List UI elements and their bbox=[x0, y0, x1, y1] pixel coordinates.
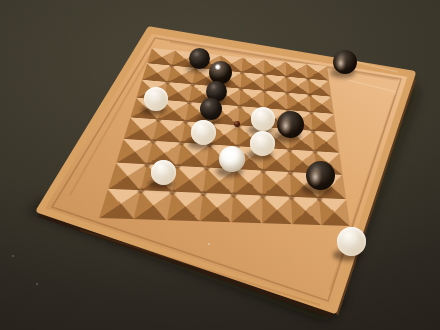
frosted-marble bbox=[250, 131, 275, 156]
hollow-3-0[interactable] bbox=[154, 117, 162, 123]
dark-red-marble bbox=[234, 121, 240, 127]
frosted-marble bbox=[191, 120, 216, 145]
piece-frosted-6[interactable]: ○ bbox=[337, 227, 366, 256]
hollow-1-3[interactable] bbox=[237, 86, 243, 91]
hollow-0-4[interactable] bbox=[261, 72, 267, 76]
lint-speck bbox=[36, 283, 38, 285]
hollow-2-3[interactable] bbox=[236, 104, 242, 109]
piece-frosted-5[interactable]: ○ bbox=[151, 160, 176, 185]
black-marble bbox=[306, 161, 335, 190]
hollow-6-2[interactable] bbox=[199, 189, 207, 196]
pyramid bbox=[239, 89, 264, 109]
hollow-4-6[interactable] bbox=[311, 148, 318, 154]
hollow-0-5[interactable] bbox=[283, 74, 289, 78]
black-marble bbox=[200, 98, 222, 120]
pyramid bbox=[262, 171, 291, 197]
hollow-6-3[interactable] bbox=[229, 191, 237, 198]
pyramid bbox=[231, 194, 262, 223]
hollow-1-4[interactable] bbox=[261, 88, 267, 93]
hollow-6-0[interactable] bbox=[136, 187, 146, 194]
hollow-4-0[interactable] bbox=[149, 138, 158, 144]
hollow-1-6[interactable] bbox=[306, 92, 312, 97]
hollow-0-0[interactable] bbox=[168, 63, 175, 68]
hollow-1-5[interactable] bbox=[284, 90, 290, 95]
pyramid bbox=[199, 193, 233, 222]
hollow-2-6[interactable] bbox=[308, 110, 314, 115]
pyramid bbox=[133, 190, 172, 220]
hollow-4-5[interactable] bbox=[286, 147, 293, 153]
frosted-marble bbox=[144, 87, 168, 111]
hollow-3-6[interactable] bbox=[309, 128, 315, 133]
hollow-4-1[interactable] bbox=[177, 140, 185, 146]
piece-black-5[interactable]: ● bbox=[277, 111, 304, 138]
hollow-6-6[interactable] bbox=[315, 195, 322, 202]
frosted-marble bbox=[251, 107, 275, 131]
pyramid bbox=[319, 198, 350, 226]
hollow-6-1[interactable] bbox=[168, 188, 177, 195]
piece-black-4[interactable]: ● bbox=[200, 98, 222, 120]
piece-frosted-3[interactable]: ○ bbox=[251, 107, 275, 131]
white-marble bbox=[219, 146, 245, 172]
frosted-marble bbox=[337, 227, 366, 256]
black-marble bbox=[333, 50, 357, 74]
hollow-2-1[interactable] bbox=[185, 99, 192, 104]
pyramid bbox=[167, 192, 203, 222]
pyramid bbox=[153, 119, 186, 142]
black-marble bbox=[189, 48, 210, 69]
hollow-5-2[interactable] bbox=[202, 164, 210, 170]
piece-center-bead[interactable]: • bbox=[234, 121, 240, 127]
frosted-marble bbox=[151, 160, 176, 185]
hollow-0-3[interactable] bbox=[239, 70, 245, 74]
photo-scene: ●●●●●●●○○○○○○○• bbox=[0, 0, 440, 330]
hollow-5-4[interactable] bbox=[259, 167, 266, 173]
black-marble bbox=[277, 111, 304, 138]
hollow-5-5[interactable] bbox=[287, 169, 294, 175]
hollow-1-0[interactable] bbox=[164, 80, 171, 85]
piece-black-7[interactable]: ● bbox=[333, 50, 357, 74]
pyramid bbox=[262, 196, 292, 225]
hollow-3-1[interactable] bbox=[182, 119, 190, 125]
pyramid bbox=[172, 166, 206, 193]
hollow-0-6[interactable] bbox=[305, 77, 311, 81]
piece-frosted-4[interactable]: ○ bbox=[250, 131, 275, 156]
piece-black-6[interactable]: ● bbox=[306, 161, 335, 190]
hollow-1-1[interactable] bbox=[189, 82, 196, 87]
lint-speck bbox=[12, 255, 14, 257]
piece-frosted-2[interactable]: ○ bbox=[191, 120, 216, 145]
piece-black-1[interactable]: ● bbox=[189, 48, 210, 69]
hollow-6-4[interactable] bbox=[259, 192, 266, 199]
lint-speck bbox=[208, 243, 210, 245]
hollow-6-5[interactable] bbox=[287, 193, 294, 200]
piece-white-king[interactable]: ○ bbox=[219, 146, 245, 172]
piece-frosted-1[interactable]: ○ bbox=[144, 87, 168, 111]
